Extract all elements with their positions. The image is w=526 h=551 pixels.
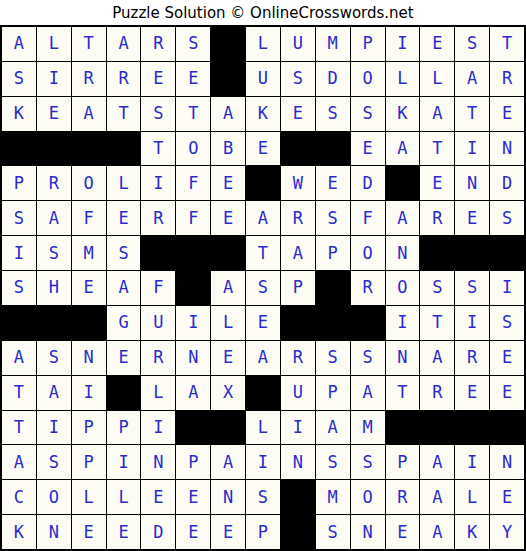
letter-cell-r5c9: W	[281, 166, 315, 200]
letter-cell-r10c11: S	[351, 341, 385, 375]
letter-cell-r3c15: E	[490, 97, 524, 131]
block-cell-r8c10	[316, 271, 350, 305]
letter-cell-r11c7: X	[211, 376, 245, 410]
letter-cell-r8c9: P	[281, 271, 315, 305]
letter-cell-r6c12: A	[386, 201, 420, 235]
letter-cell-r4c6: O	[176, 132, 210, 166]
letter-cell-r6c2: A	[37, 201, 71, 235]
letter-cell-r7c2: S	[37, 236, 71, 270]
letter-cell-r6c3: F	[72, 201, 106, 235]
letter-cell-r10c8: A	[246, 341, 280, 375]
letter-cell-r10c5: R	[141, 341, 175, 375]
letter-cell-r10c4: E	[107, 341, 141, 375]
letter-cell-r11c3: I	[72, 376, 106, 410]
letter-cell-r10c12: N	[386, 341, 420, 375]
letter-cell-r13c7: A	[211, 445, 245, 479]
block-cell-r7c14	[455, 236, 489, 270]
letter-cell-r14c7: N	[211, 480, 245, 514]
letter-cell-r3c6: T	[176, 97, 210, 131]
letter-cell-r10c6: N	[176, 341, 210, 375]
letter-cell-r13c4: I	[107, 445, 141, 479]
block-cell-r8c6	[176, 271, 210, 305]
letter-cell-r2c1: S	[2, 62, 36, 96]
letter-cell-r15c3: E	[72, 515, 106, 549]
letter-cell-r10c10: S	[316, 341, 350, 375]
letter-cell-r14c12: R	[386, 480, 420, 514]
block-cell-r2c7	[211, 62, 245, 96]
letter-cell-r13c12: P	[386, 445, 420, 479]
letter-cell-r15c14: K	[455, 515, 489, 549]
letter-cell-r3c14: T	[455, 97, 489, 131]
block-cell-r15c9	[281, 515, 315, 549]
letter-cell-r1c11: P	[351, 27, 385, 61]
letter-cell-r13c10: S	[316, 445, 350, 479]
block-cell-r7c7	[211, 236, 245, 270]
letter-cell-r10c13: A	[420, 341, 454, 375]
letter-cell-r14c3: L	[72, 480, 106, 514]
letter-cell-r15c8: P	[246, 515, 280, 549]
block-cell-r1c7	[211, 27, 245, 61]
block-cell-r7c13	[420, 236, 454, 270]
letter-cell-r10c3: N	[72, 341, 106, 375]
letter-cell-r12c11: M	[351, 411, 385, 445]
letter-cell-r1c2: L	[37, 27, 71, 61]
letter-cell-r13c9: N	[281, 445, 315, 479]
letter-cell-r8c7: A	[211, 271, 245, 305]
letter-cell-r2c8: U	[246, 62, 280, 96]
letter-cell-r13c5: N	[141, 445, 175, 479]
letter-cell-r14c6: E	[176, 480, 210, 514]
letter-cell-r12c3: P	[72, 411, 106, 445]
letter-cell-r10c9: R	[281, 341, 315, 375]
letter-cell-r11c13: R	[420, 376, 454, 410]
letter-cell-r6c9: R	[281, 201, 315, 235]
letter-cell-r15c12: E	[386, 515, 420, 549]
block-cell-r7c15	[490, 236, 524, 270]
letter-cell-r5c14: N	[455, 166, 489, 200]
letter-cell-r5c1: P	[2, 166, 36, 200]
letter-cell-r8c8: S	[246, 271, 280, 305]
block-cell-r12c14	[455, 411, 489, 445]
letter-cell-r3c13: A	[420, 97, 454, 131]
letter-cell-r2c9: S	[281, 62, 315, 96]
letter-cell-r2c13: L	[420, 62, 454, 96]
letter-cell-r7c9: A	[281, 236, 315, 270]
letter-cell-r10c7: E	[211, 341, 245, 375]
letter-cell-r13c2: S	[37, 445, 71, 479]
letter-cell-r8c2: H	[37, 271, 71, 305]
letter-cell-r6c8: A	[246, 201, 280, 235]
letter-cell-r11c2: A	[37, 376, 71, 410]
letter-cell-r15c2: N	[37, 515, 71, 549]
letter-cell-r1c10: M	[316, 27, 350, 61]
letter-cell-r11c14: E	[455, 376, 489, 410]
letter-cell-r3c7: A	[211, 97, 245, 131]
letter-cell-r12c5: I	[141, 411, 175, 445]
letter-cell-r2c4: R	[107, 62, 141, 96]
letter-cell-r9c5: U	[141, 306, 175, 340]
letter-cell-r12c2: I	[37, 411, 71, 445]
letter-cell-r15c11: N	[351, 515, 385, 549]
letter-cell-r1c5: R	[141, 27, 175, 61]
letter-cell-r1c1: A	[2, 27, 36, 61]
puzzle-solution-page: Puzzle Solution © OnlineCrosswords.net A…	[0, 0, 526, 551]
letter-cell-r6c1: S	[2, 201, 36, 235]
letter-cell-r9c15: S	[490, 306, 524, 340]
letter-cell-r10c2: S	[37, 341, 71, 375]
letter-cell-r7c3: M	[72, 236, 106, 270]
letter-cell-r10c14: R	[455, 341, 489, 375]
letter-cell-r3c10: S	[316, 97, 350, 131]
letter-cell-r4c14: I	[455, 132, 489, 166]
block-cell-r11c4	[107, 376, 141, 410]
letter-cell-r15c10: S	[316, 515, 350, 549]
letter-cell-r6c13: R	[420, 201, 454, 235]
letter-cell-r8c13: S	[420, 271, 454, 305]
letter-cell-r13c11: S	[351, 445, 385, 479]
letter-cell-r12c4: P	[107, 411, 141, 445]
letter-cell-r3c2: E	[37, 97, 71, 131]
letter-cell-r15c7: E	[211, 515, 245, 549]
block-cell-r9c11	[351, 306, 385, 340]
block-cell-r4c2	[37, 132, 71, 166]
letter-cell-r15c13: A	[420, 515, 454, 549]
letter-cell-r7c12: N	[386, 236, 420, 270]
letter-cell-r2c15: R	[490, 62, 524, 96]
letter-cell-r7c1: I	[2, 236, 36, 270]
letter-cell-r5c2: R	[37, 166, 71, 200]
letter-cell-r4c15: N	[490, 132, 524, 166]
letter-cell-r14c11: O	[351, 480, 385, 514]
letter-cell-r8c14: S	[455, 271, 489, 305]
letter-cell-r14c10: M	[316, 480, 350, 514]
page-title: Puzzle Solution © OnlineCrosswords.net	[0, 0, 526, 25]
letter-cell-r15c1: K	[2, 515, 36, 549]
letter-cell-r6c11: F	[351, 201, 385, 235]
letter-cell-r5c10: E	[316, 166, 350, 200]
letter-cell-r9c6: I	[176, 306, 210, 340]
letter-cell-r7c11: O	[351, 236, 385, 270]
block-cell-r9c9	[281, 306, 315, 340]
letter-cell-r11c6: A	[176, 376, 210, 410]
letter-cell-r9c4: G	[107, 306, 141, 340]
block-cell-r7c6	[176, 236, 210, 270]
letter-cell-r6c10: S	[316, 201, 350, 235]
block-cell-r5c12	[386, 166, 420, 200]
letter-cell-r2c3: R	[72, 62, 106, 96]
letter-cell-r11c11: A	[351, 376, 385, 410]
letter-cell-r1c8: L	[246, 27, 280, 61]
letter-cell-r7c8: T	[246, 236, 280, 270]
block-cell-r12c6	[176, 411, 210, 445]
letter-cell-r4c12: A	[386, 132, 420, 166]
block-cell-r12c13	[420, 411, 454, 445]
letter-cell-r3c9: E	[281, 97, 315, 131]
letter-cell-r3c8: K	[246, 97, 280, 131]
block-cell-r9c10	[316, 306, 350, 340]
letter-cell-r2c6: E	[176, 62, 210, 96]
block-cell-r12c15	[490, 411, 524, 445]
letter-cell-r5c11: D	[351, 166, 385, 200]
letter-cell-r4c7: B	[211, 132, 245, 166]
letter-cell-r9c12: I	[386, 306, 420, 340]
letter-cell-r10c15: E	[490, 341, 524, 375]
letter-cell-r8c12: O	[386, 271, 420, 305]
letter-cell-r13c14: I	[455, 445, 489, 479]
letter-cell-r5c4: L	[107, 166, 141, 200]
letter-cell-r13c15: N	[490, 445, 524, 479]
letter-cell-r5c15: D	[490, 166, 524, 200]
letter-cell-r6c6: F	[176, 201, 210, 235]
letter-cell-r5c13: E	[420, 166, 454, 200]
block-cell-r4c1	[2, 132, 36, 166]
letter-cell-r1c3: T	[72, 27, 106, 61]
letter-cell-r12c1: T	[2, 411, 36, 445]
block-cell-r9c2	[37, 306, 71, 340]
letter-cell-r8c5: F	[141, 271, 175, 305]
letter-cell-r3c12: K	[386, 97, 420, 131]
letter-cell-r7c10: P	[316, 236, 350, 270]
letter-cell-r11c5: L	[141, 376, 175, 410]
letter-cell-r2c2: I	[37, 62, 71, 96]
letter-cell-r9c7: L	[211, 306, 245, 340]
letter-cell-r4c11: E	[351, 132, 385, 166]
block-cell-r5c8	[246, 166, 280, 200]
block-cell-r11c8	[246, 376, 280, 410]
letter-cell-r2c10: D	[316, 62, 350, 96]
letter-cell-r14c13: A	[420, 480, 454, 514]
block-cell-r9c3	[72, 306, 106, 340]
letter-cell-r9c8: E	[246, 306, 280, 340]
letter-cell-r10c1: A	[2, 341, 36, 375]
letter-cell-r8c11: R	[351, 271, 385, 305]
letter-cell-r14c15: E	[490, 480, 524, 514]
letter-cell-r12c9: I	[281, 411, 315, 445]
letter-cell-r14c8: S	[246, 480, 280, 514]
block-cell-r4c9	[281, 132, 315, 166]
letter-cell-r2c12: L	[386, 62, 420, 96]
letter-cell-r4c5: T	[141, 132, 175, 166]
letter-cell-r13c13: A	[420, 445, 454, 479]
letter-cell-r3c5: S	[141, 97, 175, 131]
block-cell-r4c3	[72, 132, 106, 166]
letter-cell-r14c14: L	[455, 480, 489, 514]
letter-cell-r12c8: L	[246, 411, 280, 445]
letter-cell-r3c11: S	[351, 97, 385, 131]
letter-cell-r3c1: K	[2, 97, 36, 131]
letter-cell-r3c4: T	[107, 97, 141, 131]
letter-cell-r2c5: E	[141, 62, 175, 96]
letter-cell-r1c14: S	[455, 27, 489, 61]
letter-cell-r4c8: E	[246, 132, 280, 166]
block-cell-r7c5	[141, 236, 175, 270]
letter-cell-r5c7: E	[211, 166, 245, 200]
letter-cell-r8c4: A	[107, 271, 141, 305]
letter-cell-r8c3: E	[72, 271, 106, 305]
letter-cell-r15c6: E	[176, 515, 210, 549]
block-cell-r4c4	[107, 132, 141, 166]
letter-cell-r2c11: O	[351, 62, 385, 96]
letter-cell-r14c2: O	[37, 480, 71, 514]
letter-cell-r6c15: S	[490, 201, 524, 235]
letter-cell-r5c6: F	[176, 166, 210, 200]
letter-cell-r11c10: P	[316, 376, 350, 410]
letter-cell-r6c7: E	[211, 201, 245, 235]
letter-cell-r15c15: Y	[490, 515, 524, 549]
letter-cell-r6c5: R	[141, 201, 175, 235]
letter-cell-r12c10: A	[316, 411, 350, 445]
letter-cell-r14c4: L	[107, 480, 141, 514]
letter-cell-r11c9: U	[281, 376, 315, 410]
letter-cell-r1c15: T	[490, 27, 524, 61]
letter-cell-r13c3: P	[72, 445, 106, 479]
letter-cell-r13c8: I	[246, 445, 280, 479]
letter-cell-r14c5: E	[141, 480, 175, 514]
block-cell-r12c7	[211, 411, 245, 445]
letter-cell-r1c9: U	[281, 27, 315, 61]
letter-cell-r11c12: T	[386, 376, 420, 410]
letter-cell-r1c6: S	[176, 27, 210, 61]
letter-cell-r4c13: T	[420, 132, 454, 166]
block-cell-r9c1	[2, 306, 36, 340]
block-cell-r4c10	[316, 132, 350, 166]
block-cell-r14c9	[281, 480, 315, 514]
letter-cell-r15c4: E	[107, 515, 141, 549]
letter-cell-r6c4: E	[107, 201, 141, 235]
letter-cell-r1c12: I	[386, 27, 420, 61]
letter-cell-r6c14: E	[455, 201, 489, 235]
letter-cell-r14c1: C	[2, 480, 36, 514]
letter-cell-r8c1: S	[2, 271, 36, 305]
letter-cell-r2c14: A	[455, 62, 489, 96]
letter-cell-r8c15: I	[490, 271, 524, 305]
letter-cell-r1c4: A	[107, 27, 141, 61]
letter-cell-r15c5: D	[141, 515, 175, 549]
letter-cell-r5c3: O	[72, 166, 106, 200]
letter-cell-r13c1: A	[2, 445, 36, 479]
letter-cell-r13c6: P	[176, 445, 210, 479]
crossword-grid: ALTARSLUMPIESTSIRREEUSDOLLARKEATSTAKESSK…	[0, 25, 526, 551]
block-cell-r12c12	[386, 411, 420, 445]
letter-cell-r1c13: E	[420, 27, 454, 61]
letter-cell-r9c14: I	[455, 306, 489, 340]
letter-cell-r11c15: E	[490, 376, 524, 410]
letter-cell-r5c5: I	[141, 166, 175, 200]
letter-cell-r11c1: T	[2, 376, 36, 410]
letter-cell-r9c13: T	[420, 306, 454, 340]
letter-cell-r3c3: A	[72, 97, 106, 131]
letter-cell-r7c4: S	[107, 236, 141, 270]
